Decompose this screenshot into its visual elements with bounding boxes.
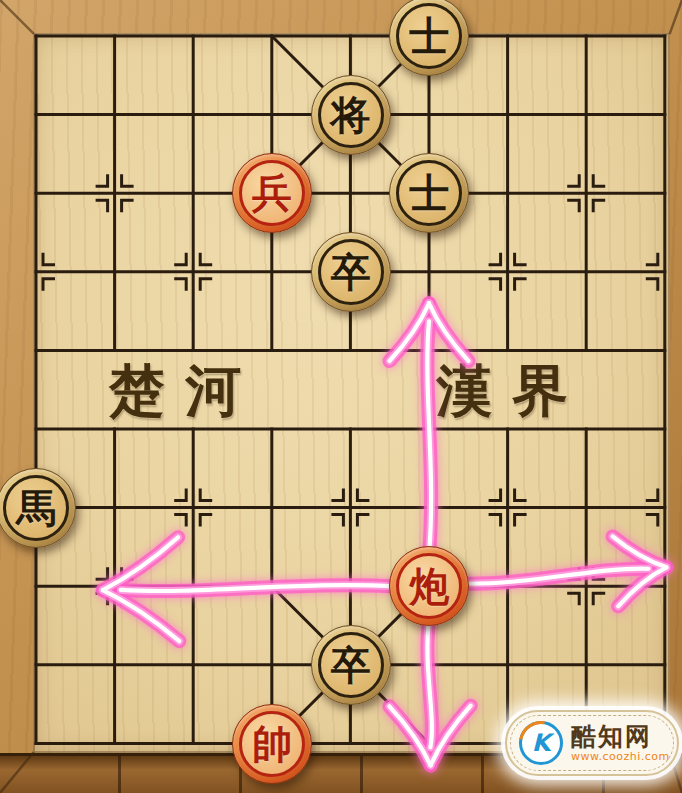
coozhi-logo-icon: K	[519, 721, 563, 765]
piece-glyph: 将	[318, 82, 384, 148]
piece-glyph: 士	[396, 3, 462, 69]
watermark-site-name: 酷知网	[571, 723, 670, 751]
logo-letter: K	[532, 729, 551, 757]
piece-glyph: 士	[396, 160, 462, 226]
xiangqi-board: 楚河 漢界 士将兵士卒馬炮卒帥 K 酷知网 www.coozhi.com	[0, 0, 682, 793]
piece-glyph: 卒	[318, 239, 384, 305]
piece-glyph: 卒	[318, 632, 384, 698]
watermark-site-url: www.coozhi.com	[571, 751, 670, 763]
piece-glyph: 帥	[239, 711, 305, 777]
piece-black-soldier-1[interactable]: 卒	[311, 232, 391, 312]
piece-black-general[interactable]: 将	[311, 75, 391, 155]
piece-glyph: 馬	[3, 475, 69, 541]
piece-glyph: 炮	[396, 553, 462, 619]
piece-red-general[interactable]: 帥	[232, 704, 312, 784]
piece-glyph: 兵	[239, 160, 305, 226]
watermark: K 酷知网 www.coozhi.com	[505, 710, 679, 776]
piece-red-soldier[interactable]: 兵	[232, 153, 312, 233]
piece-black-soldier-2[interactable]: 卒	[311, 625, 391, 705]
